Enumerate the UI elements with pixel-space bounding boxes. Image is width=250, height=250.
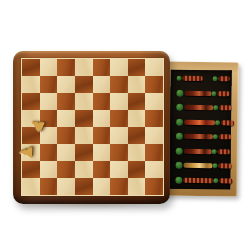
green-felt-base [213, 164, 218, 169]
green-felt-base [213, 105, 218, 110]
drawer-felt-interior [169, 70, 231, 190]
lying-chessman-left-8 [175, 177, 213, 184]
square-b2[interactable] [40, 161, 58, 178]
lying-chessman-left-7 [176, 162, 213, 169]
drawer-row-5 [176, 131, 229, 143]
lying-chessman-left-3 [176, 104, 213, 111]
lying-chessman-left-2 [176, 89, 211, 96]
square-f6[interactable] [110, 93, 128, 110]
square-f4[interactable] [110, 127, 128, 144]
lying-chessman-right-1 [213, 76, 230, 81]
chessman-body [183, 178, 213, 183]
green-felt-base [176, 162, 183, 169]
square-f7[interactable] [110, 76, 128, 93]
chessman-body [221, 120, 234, 125]
square-a8[interactable] [22, 59, 40, 76]
lying-chessman-right-4 [215, 120, 234, 125]
square-d2[interactable] [75, 161, 93, 178]
product-photo-chess-set: ♟♟ [0, 0, 250, 250]
green-felt-base [176, 89, 183, 96]
square-d1[interactable] [75, 178, 93, 195]
chessman-body [219, 134, 231, 139]
square-g7[interactable] [128, 76, 146, 93]
square-f2[interactable] [110, 161, 128, 178]
square-b8[interactable] [40, 59, 58, 76]
drawer-row-6 [176, 146, 229, 158]
board-inlay-border: ♟♟ [21, 58, 164, 196]
square-b6[interactable] [40, 93, 58, 110]
square-g3[interactable] [128, 144, 146, 161]
square-f1[interactable] [110, 178, 128, 195]
square-g5[interactable] [128, 110, 146, 127]
lying-chessman-left-6 [176, 148, 212, 155]
square-e6[interactable] [93, 93, 111, 110]
chessman-body [219, 178, 232, 183]
chessman-body [219, 76, 230, 81]
lying-chessman-left-4 [176, 118, 215, 125]
lying-chessman-right-6 [212, 149, 230, 154]
square-c3[interactable] [57, 144, 75, 161]
drawer-row-7 [175, 160, 228, 172]
square-d6[interactable] [75, 93, 93, 110]
square-c4[interactable] [57, 127, 75, 144]
drawer-row-3 [176, 102, 229, 114]
square-g1[interactable] [128, 178, 146, 195]
square-e7[interactable] [93, 76, 111, 93]
green-felt-base [176, 118, 183, 125]
green-felt-base [212, 149, 217, 154]
square-h3[interactable] [145, 144, 163, 161]
square-b1[interactable] [40, 178, 58, 195]
square-d5[interactable] [75, 110, 93, 127]
chessman-body [184, 134, 213, 139]
lying-chessman-right-8 [213, 178, 232, 183]
chess-board: ♟♟ [13, 51, 170, 204]
square-a1[interactable] [22, 178, 40, 195]
square-c6[interactable] [57, 93, 75, 110]
green-felt-base [215, 120, 220, 125]
square-d4[interactable] [75, 127, 93, 144]
square-c2[interactable] [57, 161, 75, 178]
lying-chessman-right-3 [213, 105, 231, 110]
square-b3[interactable] [40, 144, 58, 161]
green-felt-base [176, 133, 183, 140]
green-felt-base [177, 76, 182, 81]
drawer-row-4 [176, 116, 229, 128]
square-a6[interactable] [22, 93, 40, 110]
lying-chessman-right-7 [213, 164, 232, 169]
square-e1[interactable] [93, 178, 111, 195]
square-h8[interactable] [145, 59, 163, 76]
green-felt-base [175, 177, 182, 184]
green-felt-base [213, 76, 218, 81]
chessman-body [184, 90, 211, 95]
piece-storage-drawer[interactable] [159, 62, 239, 197]
square-e2[interactable] [93, 161, 111, 178]
drawer-row-8 [175, 175, 228, 187]
square-f8[interactable] [110, 59, 128, 76]
square-h1[interactable] [145, 178, 163, 195]
square-h5[interactable] [145, 110, 163, 127]
square-h7[interactable] [145, 76, 163, 93]
square-d8[interactable] [75, 59, 93, 76]
drawer-row-2 [176, 87, 229, 99]
square-c7[interactable] [57, 76, 75, 93]
square-g2[interactable] [128, 161, 146, 178]
chessman-body [217, 91, 229, 96]
chessman-body [184, 163, 213, 168]
lying-chessman-left-1 [177, 76, 203, 81]
green-felt-base [176, 148, 183, 155]
chessman-body [219, 105, 231, 110]
square-e8[interactable] [93, 59, 111, 76]
chessman-body [184, 120, 215, 125]
green-felt-base [211, 91, 216, 96]
square-h6[interactable] [145, 93, 163, 110]
chessman-body [183, 76, 203, 81]
square-g8[interactable] [128, 59, 146, 76]
chessman-body [218, 149, 230, 154]
square-c8[interactable] [57, 59, 75, 76]
drawer-row-1 [177, 73, 230, 85]
square-b7[interactable] [40, 76, 58, 93]
square-d7[interactable] [75, 76, 93, 93]
square-a7[interactable] [22, 76, 40, 93]
square-c5[interactable] [57, 110, 75, 127]
square-g4[interactable] [128, 127, 146, 144]
chessman-body [219, 164, 232, 169]
square-a2[interactable] [22, 161, 40, 178]
piece-white-pawn-a3[interactable]: ♟ [19, 144, 35, 159]
square-c1[interactable] [57, 178, 75, 195]
square-h4[interactable] [145, 127, 163, 144]
lying-chessman-left-5 [176, 133, 213, 140]
square-e4[interactable] [93, 127, 111, 144]
green-felt-base [176, 104, 183, 111]
square-d3[interactable] [75, 144, 93, 161]
square-f5[interactable] [110, 110, 128, 127]
green-felt-base [213, 134, 218, 139]
square-h2[interactable] [145, 161, 163, 178]
square-e3[interactable] [93, 144, 111, 161]
lying-chessman-right-5 [213, 134, 231, 139]
square-f3[interactable] [110, 144, 128, 161]
lying-chessman-right-2 [211, 91, 229, 96]
square-e5[interactable] [93, 110, 111, 127]
square-g6[interactable] [128, 93, 146, 110]
chessman-body [184, 149, 212, 154]
green-felt-base [213, 178, 218, 183]
chessman-body [184, 105, 213, 110]
